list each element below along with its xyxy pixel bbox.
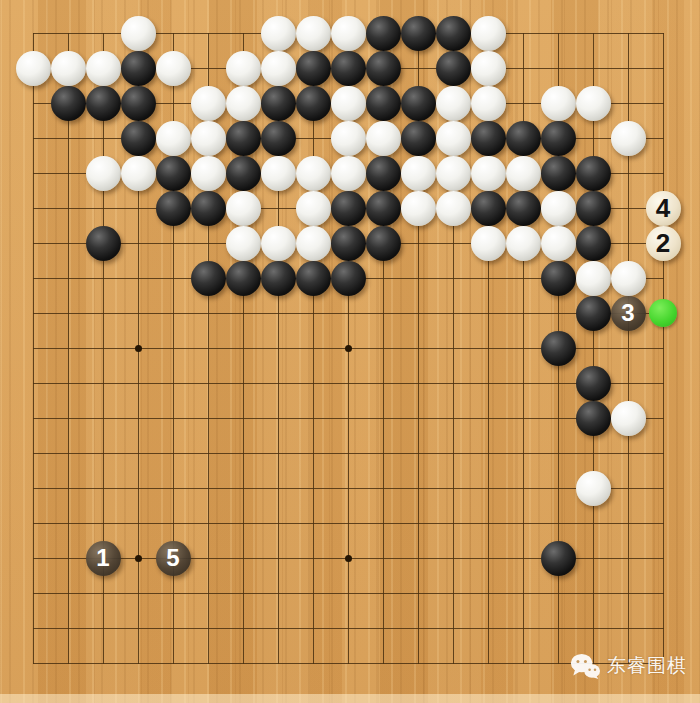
black-stone [226, 121, 261, 156]
star-point [345, 555, 352, 562]
white-stone [471, 16, 506, 51]
white-stone [331, 16, 366, 51]
black-stone [401, 121, 436, 156]
black-stone [471, 121, 506, 156]
black-stone [506, 191, 541, 226]
black-stone [401, 86, 436, 121]
black-stone [366, 16, 401, 51]
black-stone [86, 86, 121, 121]
move-number-label: 4 [656, 195, 670, 221]
grid-line-horizontal [33, 593, 664, 594]
white-stone [226, 191, 261, 226]
white-stone [191, 156, 226, 191]
black-stone [366, 226, 401, 261]
black-stone [541, 156, 576, 191]
grid-line-horizontal [33, 628, 664, 629]
white-stone [156, 51, 191, 86]
black-stone [576, 401, 611, 436]
black-stone [576, 156, 611, 191]
white-stone [296, 226, 331, 261]
white-stone [296, 156, 331, 191]
black-stone [51, 86, 86, 121]
black-stone [121, 86, 156, 121]
black-stone [226, 156, 261, 191]
move-5-stone-black: 5 [156, 541, 191, 576]
black-stone [576, 296, 611, 331]
white-stone [261, 16, 296, 51]
white-stone [611, 121, 646, 156]
go-board[interactable]: 42315 东睿围棋 [0, 0, 700, 703]
black-stone [401, 16, 436, 51]
black-stone [296, 86, 331, 121]
black-stone [296, 51, 331, 86]
white-stone [506, 226, 541, 261]
white-stone [506, 156, 541, 191]
black-stone [541, 541, 576, 576]
black-stone [191, 191, 226, 226]
white-stone [191, 121, 226, 156]
move-1-stone-black: 1 [86, 541, 121, 576]
black-stone [576, 366, 611, 401]
white-stone [226, 226, 261, 261]
star-point [135, 345, 142, 352]
black-stone [576, 226, 611, 261]
white-stone [366, 121, 401, 156]
star-point [345, 345, 352, 352]
white-stone [331, 156, 366, 191]
black-stone [366, 86, 401, 121]
white-stone [16, 51, 51, 86]
wechat-icon [570, 653, 600, 679]
black-stone [226, 261, 261, 296]
star-point [135, 555, 142, 562]
white-stone [261, 156, 296, 191]
move-number-label: 1 [96, 546, 109, 570]
grid-line-horizontal [33, 418, 664, 419]
black-stone [366, 191, 401, 226]
move-number-label: 3 [621, 301, 634, 325]
black-stone [331, 226, 366, 261]
black-stone [296, 261, 331, 296]
white-stone [296, 191, 331, 226]
white-stone [156, 121, 191, 156]
white-stone [436, 86, 471, 121]
white-stone [541, 191, 576, 226]
white-stone [471, 51, 506, 86]
black-stone [86, 226, 121, 261]
black-stone [506, 121, 541, 156]
black-stone [541, 121, 576, 156]
white-stone [86, 51, 121, 86]
white-stone [51, 51, 86, 86]
white-stone [436, 121, 471, 156]
black-stone [436, 51, 471, 86]
white-stone [611, 261, 646, 296]
white-stone [261, 226, 296, 261]
white-stone [226, 51, 261, 86]
white-stone [121, 156, 156, 191]
black-stone [156, 191, 191, 226]
grid-line-horizontal [33, 383, 664, 384]
grid-line-vertical [593, 33, 594, 664]
black-stone [576, 191, 611, 226]
black-stone [156, 156, 191, 191]
black-stone [331, 261, 366, 296]
white-stone [331, 86, 366, 121]
black-stone [331, 51, 366, 86]
white-stone [261, 51, 296, 86]
move-number-label: 2 [656, 230, 670, 256]
white-stone [541, 226, 576, 261]
watermark: 东睿围棋 [570, 653, 687, 679]
black-stone [436, 16, 471, 51]
white-stone [191, 86, 226, 121]
white-stone [436, 156, 471, 191]
white-stone [541, 86, 576, 121]
black-stone [366, 156, 401, 191]
white-stone [471, 226, 506, 261]
black-stone [261, 86, 296, 121]
white-stone [331, 121, 366, 156]
watermark-text: 东睿围棋 [607, 653, 687, 679]
highlighted-point-marker[interactable] [649, 299, 677, 327]
black-stone [121, 51, 156, 86]
white-stone [576, 86, 611, 121]
white-stone [471, 156, 506, 191]
black-stone [191, 261, 226, 296]
white-stone [401, 156, 436, 191]
white-stone [296, 16, 331, 51]
black-stone [261, 261, 296, 296]
move-3-stone-black: 3 [611, 296, 646, 331]
move-2-stone-white: 2 [646, 226, 681, 261]
move-number-label: 5 [166, 546, 179, 570]
black-stone [261, 121, 296, 156]
white-stone [576, 261, 611, 296]
black-stone [541, 331, 576, 366]
white-stone [401, 191, 436, 226]
grid-line-horizontal [33, 453, 664, 454]
grid-line-horizontal [33, 488, 664, 489]
grid-line-horizontal [33, 523, 664, 524]
black-stone [471, 191, 506, 226]
move-4-stone-white: 4 [646, 191, 681, 226]
white-stone [86, 156, 121, 191]
white-stone [611, 401, 646, 436]
black-stone [366, 51, 401, 86]
white-stone [471, 86, 506, 121]
white-stone [226, 86, 261, 121]
black-stone [121, 121, 156, 156]
black-stone [541, 261, 576, 296]
black-stone [331, 191, 366, 226]
grid-line-vertical [663, 33, 664, 664]
white-stone [576, 471, 611, 506]
white-stone [436, 191, 471, 226]
white-stone [121, 16, 156, 51]
